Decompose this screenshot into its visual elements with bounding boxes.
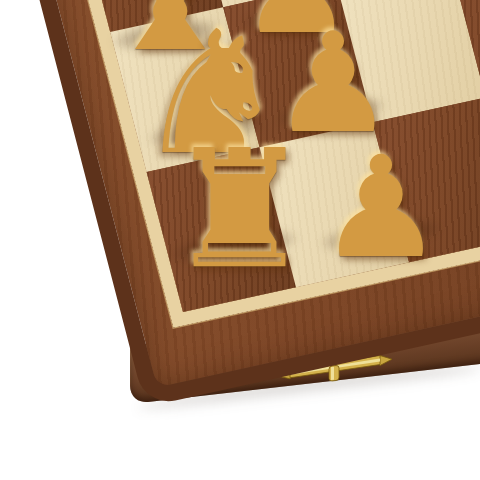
photo-backdrop: ♝ ♟ ♞ ♟ ♜ ♟ xyxy=(0,0,480,480)
piece-white-pawn-b1[interactable]: ♟ xyxy=(311,138,451,278)
piece-white-rook-a1[interactable]: ♜ xyxy=(158,128,321,291)
